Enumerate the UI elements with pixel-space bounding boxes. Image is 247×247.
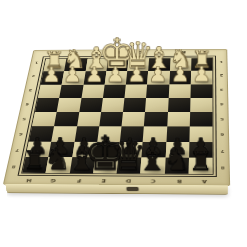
- square-a5[interactable]: [190, 112, 213, 127]
- file-label-far-h: H: [43, 50, 65, 56]
- rank-label-right-5: 5: [216, 112, 227, 127]
- square-e4[interactable]: [101, 98, 125, 112]
- rank-label-right-4: 4: [216, 97, 227, 112]
- square-a3[interactable]: [190, 84, 212, 98]
- file-label-far-f: F: [86, 50, 108, 56]
- board-field-border: ♜♞♝♚♛♝♞♜♟♟♟♟♟♟♟♟♟♟♟♟♟♟♟♟♜♞♝♚♛♝♞♜: [18, 56, 217, 177]
- square-a2[interactable]: ♟: [191, 71, 213, 84]
- product-photo-background: ♜♞♝♚♛♝♞♜♟♟♟♟♟♟♟♟♟♟♟♟♟♟♟♟♜♞♝♚♛♝♞♜ HGFEDCB…: [0, 0, 247, 247]
- file-labels-far: HGFEDCBA: [43, 49, 216, 56]
- clasp: [127, 187, 139, 191]
- square-g4[interactable]: [57, 98, 81, 112]
- square-a8[interactable]: ♜: [188, 157, 212, 173]
- square-c5[interactable]: [144, 112, 167, 127]
- square-a4[interactable]: [190, 98, 212, 112]
- square-d4[interactable]: [123, 98, 146, 112]
- square-f3[interactable]: [81, 84, 104, 98]
- rank-label-right-3: 3: [216, 83, 227, 97]
- square-b5[interactable]: [167, 112, 190, 127]
- square-c4[interactable]: [145, 98, 168, 112]
- board-frame: ♜♞♝♚♛♝♞♜♟♟♟♟♟♟♟♟♟♟♟♟♟♟♟♟♜♞♝♚♛♝♞♜ HGFEDCB…: [3, 49, 230, 186]
- square-b4[interactable]: [168, 98, 191, 112]
- file-label-far-g: G: [64, 50, 86, 56]
- square-d5[interactable]: [121, 112, 145, 127]
- board-squares: ♜♞♝♚♛♝♞♜♟♟♟♟♟♟♟♟♟♟♟♟♟♟♟♟♜♞♝♚♛♝♞♜: [21, 57, 213, 174]
- black-rook[interactable]: ♜: [173, 151, 227, 173]
- rank-label-right-1: 1: [216, 56, 227, 69]
- square-h5[interactable]: [32, 112, 57, 126]
- square-h4[interactable]: [35, 98, 59, 112]
- rank-label-right-2: 2: [216, 69, 227, 83]
- square-f4[interactable]: [79, 98, 103, 112]
- file-label-far-e: E: [107, 50, 129, 56]
- file-label-far-b: B: [172, 49, 194, 55]
- file-label-far-a: A: [194, 49, 216, 55]
- square-e3[interactable]: [103, 84, 126, 98]
- square-d3[interactable]: [124, 84, 147, 98]
- square-g5[interactable]: [54, 112, 79, 126]
- square-h3[interactable]: [38, 84, 62, 98]
- file-label-far-c: C: [151, 49, 173, 55]
- file-label-far-d: D: [129, 49, 151, 55]
- square-b3[interactable]: [168, 84, 190, 98]
- square-e5[interactable]: [99, 112, 123, 127]
- chess-board: ♜♞♝♚♛♝♞♜♟♟♟♟♟♟♟♟♟♟♟♟♟♟♟♟♜♞♝♚♛♝♞♜ HGFEDCB…: [3, 49, 230, 186]
- square-g3[interactable]: [59, 84, 83, 98]
- square-c3[interactable]: [146, 84, 169, 98]
- square-f5[interactable]: [77, 112, 101, 127]
